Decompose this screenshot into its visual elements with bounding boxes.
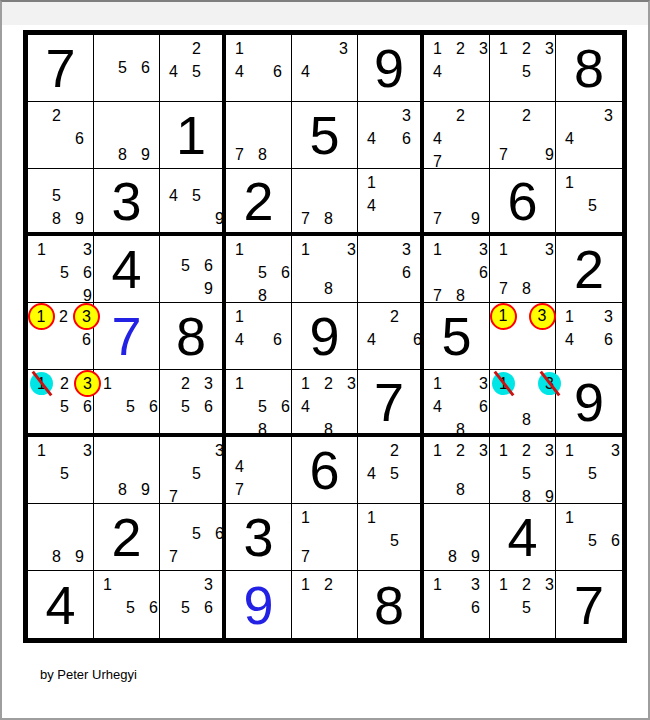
- cell-r9c5[interactable]: 12: [292, 571, 358, 638]
- cell-r8c7[interactable]: 89: [424, 504, 490, 571]
- candidate: 2: [317, 372, 340, 395]
- candidate: 1: [228, 238, 251, 261]
- candidate-slot: [111, 459, 134, 479]
- cell-r1c6[interactable]: 9: [358, 35, 424, 102]
- cell-r6c5[interactable]: 12348: [292, 370, 358, 437]
- candidate: 8: [449, 284, 472, 307]
- cell-r2c8[interactable]: 279: [490, 102, 556, 169]
- given-digit: 6: [292, 437, 357, 503]
- candidate: 3: [604, 439, 627, 462]
- cell-r6c3[interactable]: 2356: [160, 370, 226, 437]
- cell-r4c4[interactable]: 1568: [226, 236, 292, 303]
- candidate-slot: 1: [360, 171, 383, 194]
- candidate-slot: 9: [134, 478, 157, 501]
- candidate-slot: 8: [515, 277, 538, 300]
- candidate: 6: [395, 127, 418, 150]
- candidate-slot: 6: [208, 522, 231, 545]
- candidate-slot: [406, 506, 418, 529]
- cell-r2c3[interactable]: 1: [160, 102, 226, 169]
- candidate: 8: [251, 143, 274, 166]
- candidate-slot: [597, 351, 620, 367]
- cell-r6c2[interactable]: 156: [94, 370, 160, 437]
- candidate-slot: [68, 171, 91, 184]
- cell-r7c5[interactable]: 6: [292, 437, 358, 504]
- candidate-slot: [581, 104, 597, 127]
- candidate-slot: [492, 596, 515, 619]
- candidate: 6: [464, 596, 487, 619]
- cell-r7c2[interactable]: 89: [94, 437, 160, 504]
- candidate: 6: [197, 254, 220, 277]
- candidate: 7: [426, 207, 449, 230]
- candidate-slot: 5: [53, 395, 76, 418]
- pencil-marks: 138: [292, 236, 357, 302]
- given-digit: 1: [160, 102, 222, 168]
- cell-r1c1[interactable]: 7: [28, 35, 94, 102]
- candidate-slot: [228, 261, 251, 284]
- candidate-slot: [558, 351, 581, 367]
- candidate: 3: [538, 573, 561, 596]
- candidate: 6: [472, 261, 495, 284]
- candidate-slot: [581, 328, 597, 351]
- cell-r8c6[interactable]: 15: [358, 504, 424, 571]
- candidate-slot: [426, 104, 449, 127]
- candidate: 6: [76, 261, 99, 284]
- candidate-slot: 1: [426, 37, 449, 60]
- pencil-marks: 589: [28, 169, 93, 232]
- candidate-slot: [449, 395, 472, 418]
- candidate-slot: 5: [185, 184, 208, 207]
- cell-r5c5[interactable]: 9: [292, 303, 358, 370]
- cell-r8c2[interactable]: 2: [94, 504, 160, 571]
- candidate-slot: [162, 83, 185, 99]
- candidate-slot: 6: [197, 254, 220, 277]
- candidate-slot: [251, 305, 266, 328]
- cell-r7c1[interactable]: 135: [28, 437, 94, 504]
- candidate: 8: [317, 418, 340, 441]
- candidate: 4: [558, 328, 581, 351]
- candidate-slot: 4: [360, 194, 383, 217]
- candidate-slot: [317, 83, 332, 99]
- candidate-slot: [45, 171, 68, 184]
- candidate-slot: 3: [538, 37, 561, 60]
- candidate-slot: [30, 328, 52, 351]
- cell-r5c1[interactable]: 1236: [28, 303, 94, 370]
- cell-r4c9[interactable]: 2: [556, 236, 622, 303]
- cell-r6c9[interactable]: 9: [556, 370, 622, 437]
- cell-r6c7[interactable]: 13468: [424, 370, 490, 437]
- candidate-slot: [317, 261, 340, 277]
- candidate-slot: 6: [142, 596, 165, 619]
- candidate-slot: 1: [30, 305, 52, 328]
- candidate-slot: [406, 485, 418, 501]
- cell-r4c8[interactable]: 1378: [490, 236, 556, 303]
- candidate-slot: [228, 439, 251, 455]
- candidate-slot: [228, 124, 251, 144]
- candidate-slot: [492, 462, 515, 485]
- candidate-slot: [294, 189, 317, 207]
- candidate-slot: [515, 143, 538, 166]
- pencil-marks: 89: [94, 102, 159, 168]
- cell-r4c7[interactable]: 13678: [424, 236, 490, 303]
- cell-r7c8[interactable]: 123589: [490, 437, 556, 504]
- candidate-slot: 5: [383, 462, 406, 485]
- cell-r5c8[interactable]: 13: [490, 303, 556, 370]
- cell-r1c2[interactable]: 56: [94, 35, 160, 102]
- candidate-slot: [208, 83, 220, 99]
- candidate-slot: [383, 217, 401, 230]
- candidate-slot: 9: [134, 143, 157, 166]
- eliminated-candidate: 1: [492, 372, 515, 395]
- cell-r3c6[interactable]: 14: [358, 169, 424, 236]
- pencil-marks: 89: [424, 504, 489, 570]
- cell-r5c4[interactable]: 146: [226, 303, 292, 370]
- cell-r4c5[interactable]: 138: [292, 236, 358, 303]
- candidate: 8: [515, 408, 538, 431]
- candidate-slot: [251, 83, 266, 99]
- cell-r8c9[interactable]: 156: [556, 504, 622, 571]
- candidate: 5: [383, 529, 406, 552]
- given-digit: 5: [292, 102, 357, 168]
- candidate-slot: [317, 596, 340, 616]
- candidate-slot: [383, 171, 401, 194]
- candidate-slot: 1: [294, 573, 317, 596]
- cell-r6c4[interactable]: 1568: [226, 370, 292, 437]
- candidate-slot: 1: [492, 238, 515, 261]
- pencil-marks: 135: [556, 437, 622, 503]
- pencil-marks: 356: [160, 571, 222, 638]
- candidate-slot: [185, 545, 208, 568]
- candidate-slot: [274, 124, 289, 144]
- cell-r7c3[interactable]: 357: [160, 437, 226, 504]
- candidate: 5: [185, 184, 208, 207]
- pencil-marks: 17: [292, 504, 357, 570]
- candidate-slot: [174, 573, 197, 596]
- candidate-slot: [134, 80, 157, 100]
- pencil-marks: 89: [94, 437, 159, 503]
- candidate-slot: 8: [449, 284, 472, 307]
- candidate-slot: 8: [251, 284, 274, 307]
- candidate-slot: [492, 261, 515, 277]
- candidate-slot: 3: [76, 439, 99, 462]
- candidate-slot: [251, 455, 270, 478]
- candidate-slot: [111, 104, 134, 124]
- candidate-slot: 8: [515, 408, 538, 431]
- cell-r4c6[interactable]: 36: [358, 236, 424, 303]
- cell-r2c9[interactable]: 34: [556, 102, 622, 169]
- pencil-marks: 279: [490, 102, 555, 168]
- sudoku-grid: 7562451463491234123582689178534624727934…: [23, 30, 627, 643]
- cell-r3c5[interactable]: 78: [292, 169, 358, 236]
- pencil-marks: 78: [292, 169, 357, 232]
- pencil-marks: 1568: [226, 370, 291, 433]
- candidate-slot: 1: [492, 372, 515, 395]
- candidate-slot: 3: [76, 238, 99, 261]
- candidate-slot: [449, 60, 472, 83]
- candidate-slot: [185, 171, 208, 184]
- candidate-slot: 3: [208, 439, 231, 462]
- candidate: 5: [515, 60, 538, 83]
- candidate-slot: [162, 207, 185, 230]
- pencil-marks: 13: [490, 303, 555, 369]
- cell-r2c5[interactable]: 5: [292, 102, 358, 169]
- candidate: 4: [228, 60, 251, 83]
- candidate: 2: [317, 573, 340, 596]
- candidate: 1: [228, 305, 251, 328]
- cell-r9c4[interactable]: 9: [226, 571, 292, 638]
- candidate: 8: [317, 277, 340, 300]
- pencil-marks: 56: [94, 35, 159, 101]
- candidate: 7: [228, 143, 251, 166]
- candidate: 4: [294, 395, 317, 418]
- candidate-slot: [251, 372, 274, 395]
- cell-r6c1[interactable]: 12356: [28, 370, 94, 437]
- candidate-slot: 5: [515, 596, 538, 619]
- cell-r1c4[interactable]: 146: [226, 35, 292, 102]
- candidate: 1: [492, 439, 515, 462]
- candidate: 6: [274, 261, 297, 284]
- pencil-marks: 12356: [28, 370, 93, 433]
- candidate-slot: 6: [406, 328, 429, 351]
- candidate-slot: 5: [185, 60, 208, 83]
- cell-r7c6[interactable]: 245: [358, 437, 424, 504]
- cell-r9c3[interactable]: 356: [160, 571, 226, 638]
- cell-r2c4[interactable]: 78: [226, 102, 292, 169]
- candidate-slot: 5: [383, 529, 406, 552]
- candidate-slot: [317, 616, 340, 636]
- pencil-marks: 1236: [28, 303, 93, 369]
- candidate-slot: [340, 171, 355, 189]
- pencil-marks: 13468: [424, 370, 489, 433]
- cell-r1c3[interactable]: 245: [160, 35, 226, 102]
- candidate-slot: [45, 506, 68, 526]
- candidate-slot: [360, 485, 383, 501]
- candidate-slot: [441, 526, 464, 546]
- candidate-slot: [68, 150, 91, 166]
- candidate-slot: [472, 127, 487, 150]
- candidate: 1: [96, 372, 119, 395]
- candidate-slot: [581, 150, 597, 166]
- pencil-marks: 138: [490, 370, 555, 433]
- cell-r7c4[interactable]: 47: [226, 437, 292, 504]
- cell-r2c7[interactable]: 247: [424, 102, 490, 169]
- given-digit: 4: [94, 236, 159, 302]
- candidate-slot: 3: [597, 305, 620, 328]
- candidate-slot: [294, 616, 317, 636]
- cell-r7c7[interactable]: 1238: [424, 437, 490, 504]
- cell-r1c9[interactable]: 8: [556, 35, 622, 102]
- given-digit: 8: [358, 571, 420, 638]
- cell-r9c8[interactable]: 1235: [490, 571, 556, 638]
- candidate-slot: [162, 522, 185, 545]
- given-digit: 3: [226, 504, 291, 570]
- candidate: 4: [426, 395, 449, 418]
- cell-r9c2[interactable]: 156: [94, 571, 160, 638]
- cell-r1c8[interactable]: 1235: [490, 35, 556, 102]
- candidate-slot: [449, 238, 472, 261]
- candidate-slot: [68, 506, 91, 526]
- candidate-slot: 2: [383, 439, 406, 462]
- candidate-slot: 1: [294, 506, 317, 529]
- cell-r9c6[interactable]: 8: [358, 571, 424, 638]
- candidate-slot: [426, 619, 449, 636]
- candidate-slot: [332, 60, 355, 83]
- cell-r3c1[interactable]: 589: [28, 169, 94, 236]
- pencil-marks: 245: [160, 35, 222, 101]
- candidate-slot: [111, 439, 134, 459]
- candidate-slot: [134, 104, 157, 124]
- candidate-slot: 1: [228, 305, 251, 328]
- candidate-slot: 3: [395, 104, 418, 127]
- candidate-slot: 5: [174, 254, 197, 277]
- candidate-slot: [492, 83, 515, 99]
- cell-r3c4[interactable]: 2: [226, 169, 292, 236]
- candidate-slot: [228, 395, 251, 418]
- candidate-slot: [228, 104, 251, 124]
- cell-r6c8[interactable]: 138: [490, 370, 556, 437]
- cell-r2c6[interactable]: 346: [358, 102, 424, 169]
- cell-r8c8[interactable]: 4: [490, 504, 556, 571]
- candidate-slot: [360, 552, 383, 568]
- pencil-marks: 459: [160, 169, 222, 232]
- candidate-slot: 5: [251, 395, 274, 418]
- candidate-slot: [251, 238, 274, 261]
- candidate: 4: [162, 184, 185, 207]
- candidate: 5: [251, 261, 274, 284]
- candidate: 9: [464, 207, 487, 230]
- candidate-slot: [96, 143, 111, 166]
- candidate-slot: [426, 261, 449, 284]
- cell-r9c7[interactable]: 136: [424, 571, 490, 638]
- cell-r3c3[interactable]: 459: [160, 169, 226, 236]
- cell-r5c7[interactable]: 5: [424, 303, 490, 370]
- candidate-slot: [449, 596, 464, 619]
- cell-r8c5[interactable]: 17: [292, 504, 358, 571]
- cell-r3c2[interactable]: 3: [94, 169, 160, 236]
- candidate-slot: [174, 238, 197, 254]
- candidate: 2: [383, 439, 406, 462]
- cell-r3c7[interactable]: 79: [424, 169, 490, 236]
- candidate-slot: 6: [395, 127, 418, 150]
- placed-digit: 7: [94, 303, 159, 369]
- candidate-slot: 2: [449, 104, 472, 127]
- candidate-slot: [492, 408, 515, 431]
- cell-r4c2[interactable]: 4: [94, 236, 160, 303]
- candidate-slot: 7: [294, 545, 317, 568]
- cell-r8c3[interactable]: 567: [160, 504, 226, 571]
- cell-r5c6[interactable]: 246: [358, 303, 424, 370]
- candidate-slot: 6: [464, 596, 487, 619]
- eliminated-candidate: 3: [538, 372, 561, 395]
- pencil-marks: 15: [358, 504, 420, 570]
- candidate-slot: [383, 552, 406, 568]
- candidate-slot: [45, 150, 68, 166]
- candidate-slot: [406, 439, 418, 462]
- candidate: 3: [332, 37, 355, 60]
- candidate: 8: [45, 207, 68, 230]
- cell-r5c2[interactable]: 7: [94, 303, 160, 370]
- candidate-slot: [30, 127, 45, 150]
- candidate-slot: [111, 37, 134, 57]
- candidate-slot: [30, 506, 45, 526]
- cell-r4c3[interactable]: 569: [160, 236, 226, 303]
- candidate-slot: [441, 506, 464, 526]
- candidate-slot: 1: [30, 238, 53, 261]
- given-digit: 9: [556, 370, 622, 433]
- candidate-slot: [395, 150, 418, 166]
- candidate: 6: [208, 522, 231, 545]
- candidate: 1: [426, 573, 449, 596]
- candidate: 8: [515, 485, 538, 508]
- candidate-slot: [134, 124, 157, 144]
- cell-r1c5[interactable]: 34: [292, 35, 358, 102]
- candidate-slot: 1: [492, 305, 514, 327]
- candidate: 2: [185, 37, 208, 60]
- cell-r6c6[interactable]: 7: [358, 370, 424, 437]
- candidate-slot: [426, 526, 441, 546]
- candidate-slot: [266, 83, 289, 99]
- cell-r7c9[interactable]: 135: [556, 437, 622, 504]
- cell-r8c1[interactable]: 89: [28, 504, 94, 571]
- cell-r2c1[interactable]: 26: [28, 102, 94, 169]
- candidate: 9: [68, 545, 91, 568]
- candidate-slot: 8: [449, 478, 472, 501]
- candidate-slot: 7: [162, 485, 185, 508]
- candidate: 9: [134, 143, 157, 166]
- cell-r3c9[interactable]: 15: [556, 169, 622, 236]
- candidate-slot: [96, 478, 111, 501]
- cell-r5c9[interactable]: 1346: [556, 303, 622, 370]
- candidate-slot: [492, 60, 515, 83]
- candidate-slot: [197, 418, 220, 431]
- candidate-slot: [30, 171, 45, 184]
- candidate-slot: 5: [111, 57, 134, 80]
- candidate: 6: [266, 328, 289, 351]
- candidate-slot: [111, 80, 134, 100]
- candidate-slot: [162, 418, 174, 431]
- candidate-slot: 4: [426, 395, 449, 418]
- candidate-slot: [162, 238, 174, 254]
- candidate: 3: [538, 37, 561, 60]
- candidate-slot: [581, 552, 604, 568]
- candidate-slot: [597, 150, 620, 166]
- candidate: 7: [426, 150, 449, 173]
- pencil-marks: 79: [424, 169, 489, 232]
- candidate-slot: [449, 573, 464, 596]
- cell-r8c4[interactable]: 3: [226, 504, 292, 571]
- candidate-slot: [401, 171, 419, 194]
- candidate-slot: [492, 395, 515, 408]
- candidate-slot: [449, 171, 464, 189]
- candidate-slot: [294, 83, 317, 99]
- cell-r9c1[interactable]: 4: [28, 571, 94, 638]
- cell-r1c7[interactable]: 1234: [424, 35, 490, 102]
- candidate-slot: [96, 619, 119, 636]
- candidate-slot: [134, 37, 157, 57]
- cell-r9c9[interactable]: 7: [556, 571, 622, 638]
- cell-r3c8[interactable]: 6: [490, 169, 556, 236]
- cell-r2c2[interactable]: 89: [94, 102, 160, 169]
- candidate: 5: [119, 596, 142, 619]
- cell-r5c3[interactable]: 8: [160, 303, 226, 370]
- candidate-slot: [96, 418, 119, 431]
- candidate-slot: 8: [251, 143, 274, 166]
- candidate: 5: [515, 462, 538, 485]
- cell-r4c1[interactable]: 13569: [28, 236, 94, 303]
- candidate-slot: [162, 372, 174, 395]
- candidate-slot: 1: [558, 439, 581, 462]
- pencil-marks: 247: [424, 102, 489, 168]
- candidate-slot: [426, 478, 449, 501]
